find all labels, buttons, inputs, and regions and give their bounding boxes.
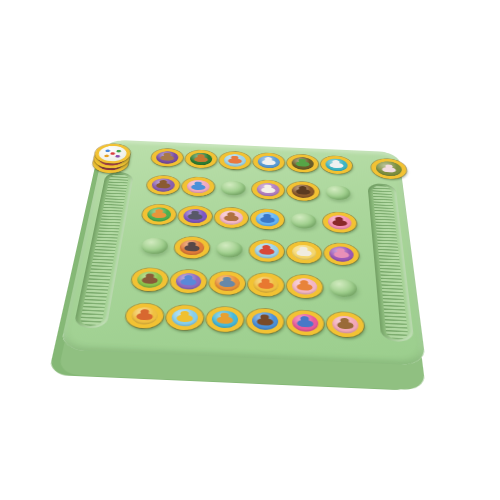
tile-squirrel[interactable] xyxy=(184,150,217,169)
tile-tortoise[interactable] xyxy=(326,311,364,337)
monkey-icon xyxy=(296,189,310,195)
right-tile-tray[interactable] xyxy=(371,158,408,179)
deer-icon xyxy=(223,215,238,222)
orange fish-icon xyxy=(257,282,273,289)
mouse-icon xyxy=(184,245,200,252)
tile-whale[interactable] xyxy=(286,310,323,336)
whale-icon xyxy=(297,320,313,328)
tile-bear-brown[interactable] xyxy=(145,175,180,195)
hamster-icon xyxy=(159,155,173,161)
right-score-rail xyxy=(367,183,414,342)
blue butterfly-icon xyxy=(190,184,205,190)
empty-dome[interactable] xyxy=(220,180,245,195)
frog-icon xyxy=(295,161,309,167)
left-tile-stack[interactable] xyxy=(90,143,139,177)
white elephant-icon xyxy=(261,160,275,166)
lion-icon xyxy=(151,212,166,218)
tile-lion[interactable] xyxy=(140,204,176,225)
empty-dome[interactable] xyxy=(215,240,242,257)
koala-icon xyxy=(219,280,235,287)
white goat-icon xyxy=(296,250,311,257)
tile-elephant-white[interactable] xyxy=(252,153,284,172)
die-pip xyxy=(110,152,115,155)
tile-dog[interactable] xyxy=(124,303,164,329)
empty-dome[interactable] xyxy=(329,279,357,298)
tile-elephant-blue[interactable] xyxy=(169,269,207,293)
tile-fox[interactable] xyxy=(286,274,322,299)
dolphin-icon xyxy=(260,217,275,224)
pink octopus-icon xyxy=(333,251,349,258)
tortoise-icon xyxy=(337,322,354,330)
tile-dolphin[interactable] xyxy=(250,209,284,230)
tile-hippo[interactable] xyxy=(130,268,169,292)
fish on blue-icon xyxy=(216,316,233,324)
tile-fish-blue[interactable] xyxy=(205,306,243,332)
die-pip xyxy=(104,155,109,158)
empty-dome[interactable] xyxy=(140,237,169,254)
dog-icon xyxy=(135,313,152,321)
tile-bear-blue[interactable] xyxy=(246,308,283,334)
game-board xyxy=(60,140,427,366)
squirrel-icon xyxy=(193,157,207,163)
tile-frog[interactable] xyxy=(287,154,318,173)
tile-mouse[interactable] xyxy=(173,236,210,259)
die-pip xyxy=(116,150,121,153)
product-photo-stage xyxy=(0,0,500,500)
tile-pig[interactable] xyxy=(371,158,408,179)
cow-icon xyxy=(187,214,202,221)
pig-icon xyxy=(382,167,396,173)
white bird-icon xyxy=(329,163,343,169)
hippo-icon xyxy=(141,277,158,284)
tile-sheep[interactable] xyxy=(251,180,284,200)
bear on blue-icon xyxy=(256,318,272,326)
tile-cow[interactable] xyxy=(177,205,212,226)
tile-hamster[interactable] xyxy=(150,148,184,167)
red crab-icon xyxy=(259,248,274,255)
tile-goldfish[interactable] xyxy=(218,151,250,170)
fox-icon xyxy=(296,284,312,291)
blue elephant-icon xyxy=(180,279,196,286)
die-pip xyxy=(105,149,110,152)
tile-goat[interactable] xyxy=(286,241,321,264)
board-scene xyxy=(85,70,411,410)
empty-dome[interactable] xyxy=(325,185,350,200)
sheep-icon xyxy=(261,187,275,193)
duck-icon xyxy=(176,315,193,323)
tile-fish-orange[interactable] xyxy=(247,273,283,297)
tile-monkey[interactable] xyxy=(287,181,319,201)
tile-crab-red[interactable] xyxy=(249,239,284,262)
tile-duck[interactable] xyxy=(164,305,203,331)
goldfish-icon xyxy=(227,158,241,164)
tile-octopus[interactable] xyxy=(323,243,359,266)
die-pip xyxy=(115,155,120,158)
empty-dome[interactable] xyxy=(290,213,316,229)
red spider-icon xyxy=(332,220,347,227)
brown bear-icon xyxy=(155,183,170,189)
tile-dove[interactable] xyxy=(320,155,352,174)
tile-spider[interactable] xyxy=(322,212,356,233)
tile-deer[interactable] xyxy=(213,207,247,228)
tile-grid xyxy=(121,144,366,345)
tile-butterfly[interactable] xyxy=(181,177,215,197)
tile-koala[interactable] xyxy=(208,271,245,295)
